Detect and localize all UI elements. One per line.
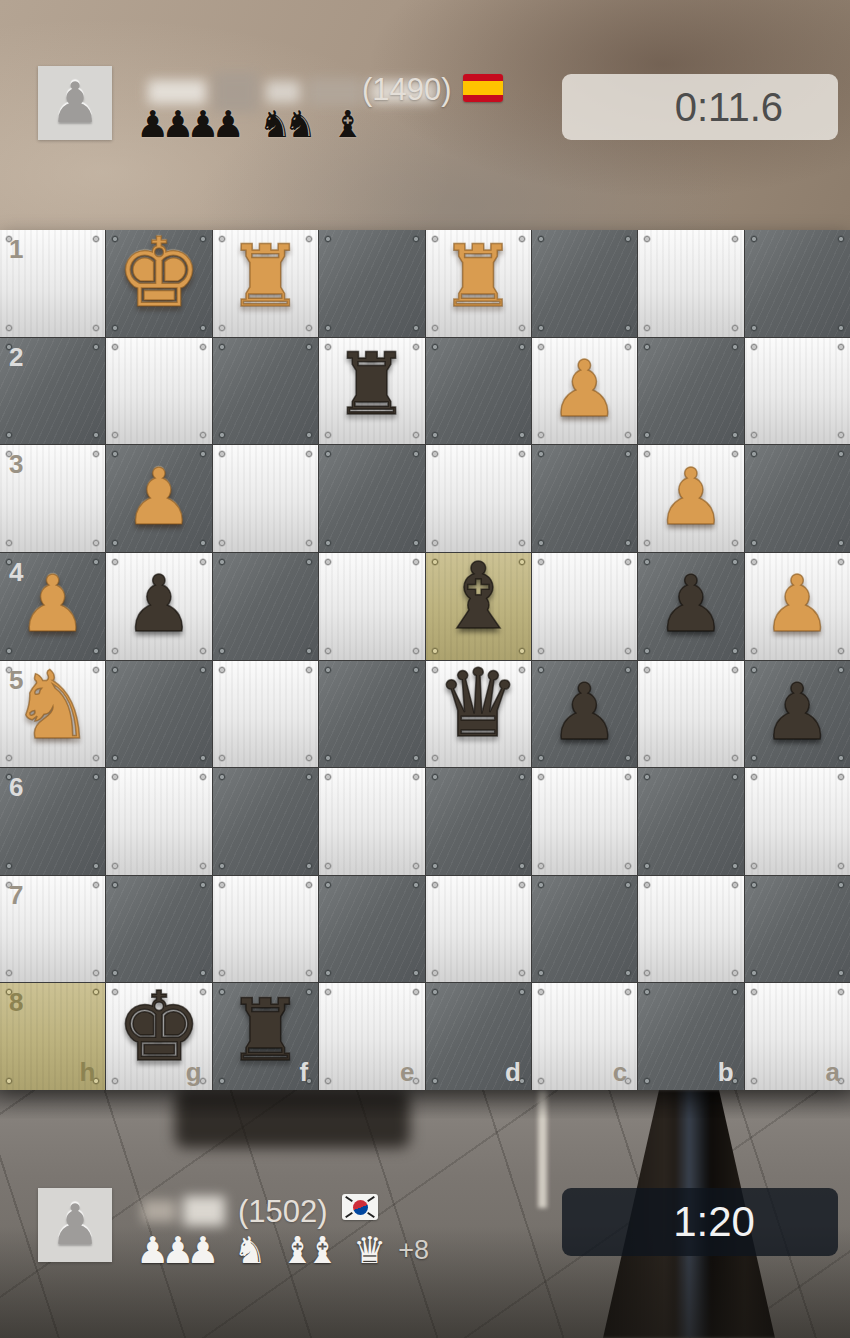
piece-white-king[interactable]: ♚ <box>116 225 202 321</box>
background-table-silhouette <box>175 1090 410 1148</box>
square-f7[interactable] <box>213 876 318 983</box>
square-f3[interactable] <box>213 445 318 552</box>
square-a7[interactable] <box>745 876 850 983</box>
south-korea-flag-icon <box>342 1194 378 1220</box>
square-c6[interactable] <box>532 768 637 875</box>
square-d2[interactable] <box>426 338 531 445</box>
square-g5[interactable] <box>106 661 211 768</box>
square-c2[interactable]: ♟ <box>532 338 637 445</box>
square-a1[interactable] <box>745 230 850 337</box>
square-a2[interactable] <box>745 338 850 445</box>
captured-queen-icon: ♛ <box>353 1232 386 1269</box>
square-a3[interactable] <box>745 445 850 552</box>
square-g8[interactable]: g♚ <box>106 983 211 1090</box>
piece-white-pawn[interactable]: ♟ <box>550 350 620 428</box>
square-d6[interactable] <box>426 768 531 875</box>
square-h5[interactable]: 5♞ <box>0 661 105 768</box>
piece-white-pawn[interactable]: ♟ <box>656 458 726 536</box>
square-b4[interactable]: ♟ <box>638 553 743 660</box>
square-f4[interactable] <box>213 553 318 660</box>
square-e7[interactable] <box>319 876 424 983</box>
square-e5[interactable] <box>319 661 424 768</box>
captured-pawn-icon: ♟ <box>186 1232 219 1269</box>
square-b2[interactable] <box>638 338 743 445</box>
square-d7[interactable] <box>426 876 531 983</box>
square-e1[interactable] <box>319 230 424 337</box>
top-player-rating: (1490) <box>362 72 452 108</box>
square-d5[interactable]: ♛ <box>426 661 531 768</box>
top-player-avatar[interactable]: ♟ <box>38 66 112 140</box>
square-e3[interactable] <box>319 445 424 552</box>
square-c4[interactable] <box>532 553 637 660</box>
piece-black-pawn[interactable]: ♟ <box>550 673 620 751</box>
square-f6[interactable] <box>213 768 318 875</box>
rank-label-8: 8 <box>9 989 23 1015</box>
file-label-b: b <box>718 1059 734 1085</box>
square-e8[interactable]: e <box>319 983 424 1090</box>
bottom-player-clock: 1:20 <box>562 1188 838 1256</box>
file-label-d: d <box>505 1059 521 1085</box>
square-e4[interactable] <box>319 553 424 660</box>
square-d1[interactable]: ♜ <box>426 230 531 337</box>
piece-black-queen[interactable]: ♛ <box>436 657 520 751</box>
square-h3[interactable]: 3 <box>0 445 105 552</box>
square-f5[interactable] <box>213 661 318 768</box>
square-a4[interactable]: ♟ <box>745 553 850 660</box>
square-d3[interactable] <box>426 445 531 552</box>
chess-board[interactable]: 1♚♜♜2♜♟3♟♟4♟♟♝♟♟5♞♛♟♟678hg♚f♜edcba <box>0 230 850 1090</box>
square-d8[interactable]: d <box>426 983 531 1090</box>
square-b6[interactable] <box>638 768 743 875</box>
piece-black-rook[interactable]: ♜ <box>227 987 304 1073</box>
pawn-avatar-icon: ♟ <box>50 75 100 131</box>
piece-white-knight[interactable]: ♞ <box>11 659 95 753</box>
square-b8[interactable]: b <box>638 983 743 1090</box>
square-h2[interactable]: 2 <box>0 338 105 445</box>
square-g7[interactable] <box>106 876 211 983</box>
captured-bishop-icon: ♝ <box>306 1232 339 1269</box>
rank-label-2: 2 <box>9 344 23 370</box>
square-h7[interactable]: 7 <box>0 876 105 983</box>
square-b7[interactable] <box>638 876 743 983</box>
square-c5[interactable]: ♟ <box>532 661 637 768</box>
square-f8[interactable]: f♜ <box>213 983 318 1090</box>
piece-white-rook[interactable]: ♜ <box>227 233 304 319</box>
bottom-player-captured-tray: ♟♟♟♞♝♝♛+8 <box>136 1232 429 1269</box>
captured-bishop-icon: ♝ <box>331 106 364 143</box>
file-label-e: e <box>400 1059 414 1085</box>
bottom-player-avatar[interactable]: ♟ <box>38 1188 112 1262</box>
square-d4[interactable]: ♝ <box>426 553 531 660</box>
square-g2[interactable] <box>106 338 211 445</box>
material-advantage-badge: +8 <box>398 1235 429 1266</box>
top-player-clock: 0:11.6 <box>562 74 838 140</box>
rank-label-6: 6 <box>9 774 23 800</box>
square-g4[interactable]: ♟ <box>106 553 211 660</box>
square-b5[interactable] <box>638 661 743 768</box>
square-h8[interactable]: 8h <box>0 983 105 1090</box>
bottom-clock-time: 1:20 <box>673 1198 755 1246</box>
square-g1[interactable]: ♚ <box>106 230 211 337</box>
piece-black-pawn[interactable]: ♟ <box>124 565 194 643</box>
square-a5[interactable]: ♟ <box>745 661 850 768</box>
square-c7[interactable] <box>532 876 637 983</box>
file-label-c: c <box>613 1059 627 1085</box>
bottom-player-rating: (1502) <box>238 1194 328 1230</box>
square-b3[interactable]: ♟ <box>638 445 743 552</box>
bottom-player-name-censored <box>142 1196 225 1226</box>
file-label-a: a <box>826 1059 840 1085</box>
square-h4[interactable]: 4♟ <box>0 553 105 660</box>
square-f2[interactable] <box>213 338 318 445</box>
piece-black-bishop[interactable]: ♝ <box>437 551 519 643</box>
square-c1[interactable] <box>532 230 637 337</box>
square-f1[interactable]: ♜ <box>213 230 318 337</box>
piece-white-pawn[interactable]: ♟ <box>18 565 88 643</box>
rank-label-1: 1 <box>9 236 23 262</box>
square-e2[interactable]: ♜ <box>319 338 424 445</box>
square-g6[interactable] <box>106 768 211 875</box>
piece-black-pawn[interactable]: ♟ <box>762 673 832 751</box>
piece-black-pawn[interactable]: ♟ <box>656 565 726 643</box>
background-glass-piece <box>538 1090 547 1208</box>
captured-knight-icon: ♞ <box>234 1232 267 1269</box>
square-a6[interactable] <box>745 768 850 875</box>
file-label-h: h <box>79 1059 95 1085</box>
rank-label-7: 7 <box>9 882 23 908</box>
top-clock-time: 0:11.6 <box>675 85 783 130</box>
piece-black-king[interactable]: ♚ <box>116 979 202 1075</box>
piece-black-rook[interactable]: ♜ <box>333 341 410 427</box>
pawn-avatar-icon: ♟ <box>50 1197 100 1253</box>
square-h6[interactable]: 6 <box>0 768 105 875</box>
square-g3[interactable]: ♟ <box>106 445 211 552</box>
square-a8[interactable]: a <box>745 983 850 1090</box>
piece-white-pawn[interactable]: ♟ <box>124 458 194 536</box>
top-player-captured-tray: ♟♟♟♟♞♞♝ <box>136 106 364 143</box>
chess-app-screen: ♟ (1490) ♟♟♟♟♞♞♝ 0:11.6 1♚♜♜2♜♟3♟♟4♟♟♝♟♟… <box>0 0 850 1338</box>
spain-flag-icon <box>463 74 503 102</box>
square-c8[interactable]: c <box>532 983 637 1090</box>
rank-label-3: 3 <box>9 451 23 477</box>
piece-white-rook[interactable]: ♜ <box>440 233 517 319</box>
square-e6[interactable] <box>319 768 424 875</box>
piece-white-pawn[interactable]: ♟ <box>762 565 832 643</box>
captured-knight-icon: ♞ <box>284 106 317 143</box>
square-b1[interactable] <box>638 230 743 337</box>
captured-pawn-icon: ♟ <box>212 106 245 143</box>
square-h1[interactable]: 1 <box>0 230 105 337</box>
square-c3[interactable] <box>532 445 637 552</box>
